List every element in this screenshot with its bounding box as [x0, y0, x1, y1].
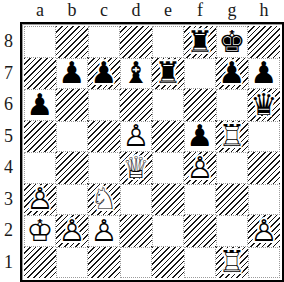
rank-label-3: 3	[0, 184, 17, 216]
square-f7[interactable]	[184, 58, 216, 90]
piece-white-king: ♔	[24, 215, 56, 247]
square-e3[interactable]	[152, 184, 184, 216]
piece-black-queen: ♛	[248, 89, 280, 121]
square-g4[interactable]	[216, 152, 248, 184]
piece-white-pawn: ♙	[88, 215, 120, 247]
square-f5[interactable]: ♟	[184, 121, 216, 153]
square-f6[interactable]	[184, 89, 216, 121]
piece-white-pawn: ♙	[248, 215, 280, 247]
rank-label-1: 1	[0, 247, 17, 279]
square-c6[interactable]	[88, 89, 120, 121]
square-d1[interactable]	[120, 247, 152, 279]
file-label-d: d	[120, 0, 152, 20]
piece-black-pawn: ♟	[248, 58, 280, 90]
piece-white-pawn: ♙	[56, 215, 88, 247]
square-b2[interactable]: ♟♙	[56, 215, 88, 247]
square-a8[interactable]	[24, 26, 56, 58]
white-pawn-fill: ♟	[56, 215, 88, 247]
white-pawn-fill: ♟	[184, 152, 216, 184]
square-g2[interactable]	[216, 215, 248, 247]
piece-white-pawn: ♙	[120, 121, 152, 153]
white-pawn-fill: ♟	[24, 184, 56, 216]
rank-label-5: 5	[0, 121, 17, 153]
file-label-h: h	[248, 0, 280, 20]
square-h6[interactable]: ♛	[248, 89, 280, 121]
rank-label-8: 8	[0, 26, 17, 58]
square-h1[interactable]	[248, 247, 280, 279]
square-d8[interactable]	[120, 26, 152, 58]
white-knight-fill: ♞	[88, 184, 120, 216]
white-rook-fill: ♜	[216, 121, 248, 153]
square-d5[interactable]: ♟♙	[120, 121, 152, 153]
white-king-fill: ♚	[24, 215, 56, 247]
square-a1[interactable]	[24, 247, 56, 279]
piece-black-pawn: ♟	[24, 89, 56, 121]
square-g1[interactable]: ♜♖	[216, 247, 248, 279]
square-f3[interactable]	[184, 184, 216, 216]
square-b3[interactable]	[56, 184, 88, 216]
piece-black-pawn: ♟	[184, 121, 216, 153]
piece-white-knight: ♘	[88, 184, 120, 216]
chess-board: ♜♚♟♟♝♜♟♟♟♛♟♙♟♜♖♛♕♟♙♟♙♞♘♚♔♟♙♟♙♟♙♜♖	[24, 26, 280, 278]
square-a7[interactable]	[24, 58, 56, 90]
piece-black-rook: ♜	[184, 26, 216, 58]
rank-label-4: 4	[0, 152, 17, 184]
square-d2[interactable]	[120, 215, 152, 247]
square-d6[interactable]	[120, 89, 152, 121]
square-c8[interactable]	[88, 26, 120, 58]
piece-white-queen: ♕	[120, 152, 152, 184]
square-b8[interactable]	[56, 26, 88, 58]
square-e1[interactable]	[152, 247, 184, 279]
square-h8[interactable]	[248, 26, 280, 58]
chess-diagram: abcdefgh 87654321 ♜♚♟♟♝♜♟♟♟♛♟♙♟♜♖♛♕♟♙♟♙♞…	[0, 0, 284, 282]
square-h7[interactable]: ♟	[248, 58, 280, 90]
square-b1[interactable]	[56, 247, 88, 279]
piece-black-king: ♚	[216, 26, 248, 58]
file-label-c: c	[88, 0, 120, 20]
file-label-f: f	[184, 0, 216, 20]
square-b4[interactable]	[56, 152, 88, 184]
square-a4[interactable]	[24, 152, 56, 184]
square-g3[interactable]	[216, 184, 248, 216]
square-e2[interactable]	[152, 215, 184, 247]
file-label-a: a	[24, 0, 56, 20]
square-e7[interactable]: ♜	[152, 58, 184, 90]
piece-white-rook: ♖	[216, 247, 248, 279]
piece-black-pawn: ♟	[88, 58, 120, 90]
rank-label-6: 6	[0, 89, 17, 121]
square-h5[interactable]	[248, 121, 280, 153]
square-b5[interactable]	[56, 121, 88, 153]
square-c1[interactable]	[88, 247, 120, 279]
piece-black-pawn: ♟	[216, 58, 248, 90]
square-c4[interactable]	[88, 152, 120, 184]
piece-black-bishop: ♝	[120, 58, 152, 90]
square-g5[interactable]: ♜♖	[216, 121, 248, 153]
square-c3[interactable]: ♞♘	[88, 184, 120, 216]
square-a3[interactable]: ♟♙	[24, 184, 56, 216]
square-f1[interactable]	[184, 247, 216, 279]
piece-white-rook: ♖	[216, 121, 248, 153]
piece-black-rook: ♜	[152, 58, 184, 90]
white-pawn-fill: ♟	[248, 215, 280, 247]
square-g6[interactable]	[216, 89, 248, 121]
board-frame: ♜♚♟♟♝♜♟♟♟♛♟♙♟♜♖♛♕♟♙♟♙♞♘♚♔♟♙♟♙♟♙♜♖	[20, 22, 284, 282]
square-h4[interactable]	[248, 152, 280, 184]
square-c5[interactable]	[88, 121, 120, 153]
piece-white-pawn: ♙	[184, 152, 216, 184]
square-d3[interactable]	[120, 184, 152, 216]
square-a6[interactable]: ♟	[24, 89, 56, 121]
square-f8[interactable]: ♜	[184, 26, 216, 58]
file-label-e: e	[152, 0, 184, 20]
square-f2[interactable]	[184, 215, 216, 247]
square-e8[interactable]	[152, 26, 184, 58]
file-label-b: b	[56, 0, 88, 20]
square-d7[interactable]: ♝	[120, 58, 152, 90]
square-a2[interactable]: ♚♔	[24, 215, 56, 247]
white-queen-fill: ♛	[120, 152, 152, 184]
white-pawn-fill: ♟	[120, 121, 152, 153]
square-d4[interactable]: ♛♕	[120, 152, 152, 184]
square-g7[interactable]: ♟	[216, 58, 248, 90]
file-label-g: g	[216, 0, 248, 20]
square-e5[interactable]	[152, 121, 184, 153]
white-rook-fill: ♜	[216, 247, 248, 279]
square-h2[interactable]: ♟♙	[248, 215, 280, 247]
rank-label-2: 2	[0, 215, 17, 247]
square-e4[interactable]	[152, 152, 184, 184]
piece-white-pawn: ♙	[24, 184, 56, 216]
square-f4[interactable]: ♟♙	[184, 152, 216, 184]
white-pawn-fill: ♟	[88, 215, 120, 247]
square-g8[interactable]: ♚	[216, 26, 248, 58]
square-b7[interactable]: ♟	[56, 58, 88, 90]
square-h3[interactable]	[248, 184, 280, 216]
piece-black-pawn: ♟	[56, 58, 88, 90]
square-c2[interactable]: ♟♙	[88, 215, 120, 247]
square-b6[interactable]	[56, 89, 88, 121]
rank-label-7: 7	[0, 58, 17, 90]
square-a5[interactable]	[24, 121, 56, 153]
square-e6[interactable]	[152, 89, 184, 121]
square-c7[interactable]: ♟	[88, 58, 120, 90]
